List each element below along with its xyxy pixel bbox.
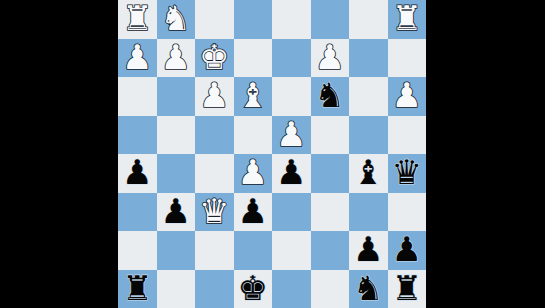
square-c3[interactable]: ♞ bbox=[311, 77, 350, 116]
square-b5[interactable]: ♝ bbox=[349, 154, 388, 193]
piece-white-king[interactable]: ♚ bbox=[199, 40, 229, 74]
square-h2[interactable]: ♟ bbox=[118, 39, 157, 78]
square-f1[interactable] bbox=[195, 0, 234, 39]
square-c1[interactable] bbox=[311, 0, 350, 39]
square-h7[interactable] bbox=[118, 231, 157, 270]
square-h4[interactable] bbox=[118, 116, 157, 155]
piece-black-king[interactable]: ♚ bbox=[238, 271, 268, 305]
piece-white-pawn[interactable]: ♟ bbox=[161, 40, 191, 74]
square-h8[interactable]: ♜ bbox=[118, 270, 157, 308]
piece-black-bishop[interactable]: ♝ bbox=[353, 155, 383, 189]
square-d5[interactable]: ♟ bbox=[272, 154, 311, 193]
square-c2[interactable]: ♟ bbox=[311, 39, 350, 78]
square-g4[interactable] bbox=[157, 116, 196, 155]
piece-white-knight[interactable]: ♞ bbox=[161, 1, 191, 35]
piece-black-pawn[interactable]: ♟ bbox=[276, 155, 306, 189]
square-b3[interactable] bbox=[349, 77, 388, 116]
square-a3[interactable]: ♟ bbox=[388, 77, 427, 116]
piece-black-rook[interactable]: ♜ bbox=[122, 271, 152, 305]
square-e3[interactable]: ♝ bbox=[234, 77, 273, 116]
piece-black-pawn[interactable]: ♟ bbox=[353, 232, 383, 266]
piece-black-pawn[interactable]: ♟ bbox=[238, 194, 268, 228]
square-b4[interactable] bbox=[349, 116, 388, 155]
square-h3[interactable] bbox=[118, 77, 157, 116]
square-h1[interactable]: ♜ bbox=[118, 0, 157, 39]
piece-white-pawn[interactable]: ♟ bbox=[238, 155, 268, 189]
square-c7[interactable] bbox=[311, 231, 350, 270]
tv-frame: ♜♞♜♟♟♚♟♟♝♞♟♟♟♟♟♝♛♟♛♟♟♟♜♚♞♜ bbox=[0, 0, 545, 308]
piece-white-rook[interactable]: ♜ bbox=[122, 1, 152, 35]
piece-black-pawn[interactable]: ♟ bbox=[161, 194, 191, 228]
square-f2[interactable]: ♚ bbox=[195, 39, 234, 78]
piece-black-pawn[interactable]: ♟ bbox=[122, 155, 152, 189]
piece-white-rook[interactable]: ♜ bbox=[392, 1, 422, 35]
piece-white-bishop[interactable]: ♝ bbox=[238, 78, 268, 112]
square-e2[interactable] bbox=[234, 39, 273, 78]
square-b1[interactable] bbox=[349, 0, 388, 39]
square-a5[interactable]: ♛ bbox=[388, 154, 427, 193]
square-g6[interactable]: ♟ bbox=[157, 193, 196, 232]
square-c4[interactable] bbox=[311, 116, 350, 155]
square-e8[interactable]: ♚ bbox=[234, 270, 273, 308]
piece-black-pawn[interactable]: ♟ bbox=[392, 232, 422, 266]
square-a8[interactable]: ♜ bbox=[388, 270, 427, 308]
square-c5[interactable] bbox=[311, 154, 350, 193]
square-b2[interactable] bbox=[349, 39, 388, 78]
piece-white-pawn[interactable]: ♟ bbox=[122, 40, 152, 74]
square-b7[interactable]: ♟ bbox=[349, 231, 388, 270]
square-e5[interactable]: ♟ bbox=[234, 154, 273, 193]
square-f7[interactable] bbox=[195, 231, 234, 270]
square-h5[interactable]: ♟ bbox=[118, 154, 157, 193]
square-a4[interactable] bbox=[388, 116, 427, 155]
piece-black-knight[interactable]: ♞ bbox=[315, 78, 345, 112]
piece-white-pawn[interactable]: ♟ bbox=[199, 78, 229, 112]
piece-white-pawn[interactable]: ♟ bbox=[315, 40, 345, 74]
square-e6[interactable]: ♟ bbox=[234, 193, 273, 232]
square-g3[interactable] bbox=[157, 77, 196, 116]
square-b8[interactable]: ♞ bbox=[349, 270, 388, 308]
square-g8[interactable] bbox=[157, 270, 196, 308]
square-d3[interactable] bbox=[272, 77, 311, 116]
square-d7[interactable] bbox=[272, 231, 311, 270]
square-d4[interactable]: ♟ bbox=[272, 116, 311, 155]
square-g7[interactable] bbox=[157, 231, 196, 270]
square-d2[interactable] bbox=[272, 39, 311, 78]
square-e4[interactable] bbox=[234, 116, 273, 155]
square-f4[interactable] bbox=[195, 116, 234, 155]
square-e7[interactable] bbox=[234, 231, 273, 270]
piece-white-pawn[interactable]: ♟ bbox=[392, 78, 422, 112]
square-f6[interactable]: ♛ bbox=[195, 193, 234, 232]
square-g2[interactable]: ♟ bbox=[157, 39, 196, 78]
square-c8[interactable] bbox=[311, 270, 350, 308]
square-d8[interactable] bbox=[272, 270, 311, 308]
square-g1[interactable]: ♞ bbox=[157, 0, 196, 39]
square-g5[interactable] bbox=[157, 154, 196, 193]
letterbox-left bbox=[0, 0, 118, 308]
letterbox-right bbox=[426, 0, 545, 308]
chess-board: ♜♞♜♟♟♚♟♟♝♞♟♟♟♟♟♝♛♟♛♟♟♟♜♚♞♜ bbox=[118, 0, 426, 308]
square-d1[interactable] bbox=[272, 0, 311, 39]
square-f5[interactable] bbox=[195, 154, 234, 193]
square-c6[interactable] bbox=[311, 193, 350, 232]
square-h6[interactable] bbox=[118, 193, 157, 232]
piece-black-rook[interactable]: ♜ bbox=[392, 271, 422, 305]
square-f8[interactable] bbox=[195, 270, 234, 308]
piece-white-queen[interactable]: ♛ bbox=[199, 194, 229, 228]
square-e1[interactable] bbox=[234, 0, 273, 39]
piece-white-pawn[interactable]: ♟ bbox=[276, 117, 306, 151]
square-a1[interactable]: ♜ bbox=[388, 0, 427, 39]
square-f3[interactable]: ♟ bbox=[195, 77, 234, 116]
square-d6[interactable] bbox=[272, 193, 311, 232]
square-a7[interactable]: ♟ bbox=[388, 231, 427, 270]
square-a6[interactable] bbox=[388, 193, 427, 232]
piece-black-knight[interactable]: ♞ bbox=[353, 271, 383, 305]
piece-black-queen[interactable]: ♛ bbox=[392, 155, 422, 189]
square-a2[interactable] bbox=[388, 39, 427, 78]
square-b6[interactable] bbox=[349, 193, 388, 232]
